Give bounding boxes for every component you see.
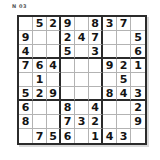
- cell-r3c5[interactable]: [75, 45, 89, 59]
- cell-r1c1[interactable]: [19, 17, 33, 31]
- cell-r9c2: 7: [33, 129, 47, 143]
- cell-r9c6: 1: [89, 129, 103, 143]
- cell-r2c5: 4: [75, 31, 89, 45]
- cell-r4c8: 2: [117, 59, 131, 73]
- cell-r9c4: 6: [61, 129, 75, 143]
- cell-r6c2: 2: [33, 87, 47, 101]
- cell-r8c2[interactable]: [33, 115, 47, 129]
- cell-r1c9[interactable]: [131, 17, 145, 31]
- cell-r9c1[interactable]: [19, 129, 33, 143]
- cell-r3c8[interactable]: [117, 45, 131, 59]
- cell-r7c7[interactable]: [103, 101, 117, 115]
- sudoku-board: 5298379247545367649211552984368428732975…: [17, 15, 147, 145]
- cell-r7c9: 2: [131, 101, 145, 115]
- cell-r2c8[interactable]: [117, 31, 131, 45]
- cell-r4c2: 6: [33, 59, 47, 73]
- cell-r6c4[interactable]: [61, 87, 75, 101]
- cell-r5c1[interactable]: [19, 73, 33, 87]
- cell-r2c7[interactable]: [103, 31, 117, 45]
- cell-r6c3: 9: [47, 87, 61, 101]
- cell-r3c4: 5: [61, 45, 75, 59]
- cell-r3c6: 3: [89, 45, 103, 59]
- cell-r4c1: 7: [19, 59, 33, 73]
- cell-r8c9: 9: [131, 115, 145, 129]
- cell-r8c1: 8: [19, 115, 33, 129]
- cell-r6c5[interactable]: [75, 87, 89, 101]
- cell-r2c3[interactable]: [47, 31, 61, 45]
- cell-r7c8[interactable]: [117, 101, 131, 115]
- cell-r6c8: 4: [117, 87, 131, 101]
- cell-r7c6: 4: [89, 101, 103, 115]
- cell-r8c6: 2: [89, 115, 103, 129]
- cell-r5c2: 1: [33, 73, 47, 87]
- cell-r5c8: 5: [117, 73, 131, 87]
- cell-r1c5[interactable]: [75, 17, 89, 31]
- cell-r6c7: 8: [103, 87, 117, 101]
- cell-r4c4[interactable]: [61, 59, 75, 73]
- cell-r3c1: 4: [19, 45, 33, 59]
- cell-r7c4: 8: [61, 101, 75, 115]
- cell-r4c7: 9: [103, 59, 117, 73]
- cell-r1c8: 7: [117, 17, 131, 31]
- cell-r5c9[interactable]: [131, 73, 145, 87]
- cell-r5c3[interactable]: [47, 73, 61, 87]
- cell-r7c1: 6: [19, 101, 33, 115]
- cell-r4c5[interactable]: [75, 59, 89, 73]
- cell-r6c1: 5: [19, 87, 33, 101]
- cell-r1c2: 5: [33, 17, 47, 31]
- cell-r8c4: 7: [61, 115, 75, 129]
- cell-r7c2[interactable]: [33, 101, 47, 115]
- cell-r3c2[interactable]: [33, 45, 47, 59]
- cell-r7c3[interactable]: [47, 101, 61, 115]
- cell-r5c7[interactable]: [103, 73, 117, 87]
- cell-r7c5[interactable]: [75, 101, 89, 115]
- cell-r5c5[interactable]: [75, 73, 89, 87]
- cell-r9c9[interactable]: [131, 129, 145, 143]
- cell-r1c7: 3: [103, 17, 117, 31]
- cell-r9c3: 5: [47, 129, 61, 143]
- puzzle-label: N 03: [12, 3, 27, 10]
- cell-r9c5[interactable]: [75, 129, 89, 143]
- cell-r8c3[interactable]: [47, 115, 61, 129]
- cell-r2c9: 5: [131, 31, 145, 45]
- cell-r8c5: 3: [75, 115, 89, 129]
- cell-r8c8[interactable]: [117, 115, 131, 129]
- cell-r1c3: 2: [47, 17, 61, 31]
- cell-r2c1: 9: [19, 31, 33, 45]
- cell-r3c3[interactable]: [47, 45, 61, 59]
- cell-r6c6[interactable]: [89, 87, 103, 101]
- cell-r4c3: 4: [47, 59, 61, 73]
- cell-r4c6[interactable]: [89, 59, 103, 73]
- cell-r2c2[interactable]: [33, 31, 47, 45]
- cell-r2c4: 2: [61, 31, 75, 45]
- cell-r9c7: 4: [103, 129, 117, 143]
- cell-r8c7[interactable]: [103, 115, 117, 129]
- cell-r3c7[interactable]: [103, 45, 117, 59]
- cell-r6c9: 3: [131, 87, 145, 101]
- cell-r1c6: 8: [89, 17, 103, 31]
- cell-r1c4: 9: [61, 17, 75, 31]
- cell-r4c9: 1: [131, 59, 145, 73]
- cell-r9c8: 3: [117, 129, 131, 143]
- cell-r3c9: 6: [131, 45, 145, 59]
- cell-r5c6[interactable]: [89, 73, 103, 87]
- cell-r2c6: 7: [89, 31, 103, 45]
- cell-r5c4[interactable]: [61, 73, 75, 87]
